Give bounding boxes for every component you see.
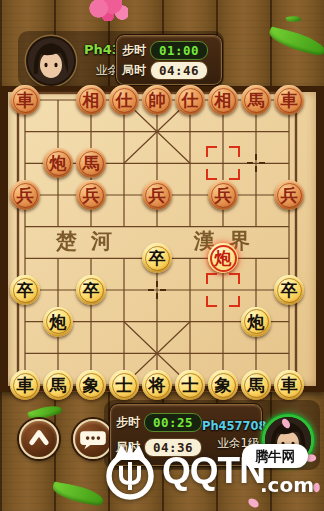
pieces-layer[interactable]: 車相仕帥仕相馬車炮馬兵兵兵兵兵炮卒卒卒卒炮炮車馬象士将士象馬車 xyxy=(0,86,324,392)
piece-black[interactable]: 卒 xyxy=(142,243,172,273)
piece-red[interactable]: 炮 xyxy=(43,148,73,178)
piece-red[interactable]: 兵 xyxy=(208,180,238,210)
total-time-label: 局时 xyxy=(122,62,146,79)
opponent-timer-panel: 步时 01:00 局时 04:46 xyxy=(116,35,222,85)
piece-black[interactable]: 炮 xyxy=(241,307,271,337)
piece-black[interactable]: 象 xyxy=(76,370,106,400)
watermark: QQTN .com 腾牛网 xyxy=(100,440,324,510)
chevron-up-icon xyxy=(21,421,57,457)
opponent-avatar[interactable] xyxy=(26,36,76,86)
bracket-marker xyxy=(206,273,240,307)
piece-red[interactable]: 相 xyxy=(208,85,238,115)
opponent-move-time: 01:00 xyxy=(150,41,208,60)
piece-red[interactable]: 車 xyxy=(274,85,304,115)
piece-red[interactable]: 炮 xyxy=(208,243,238,273)
player-move-time: 00:25 xyxy=(144,413,202,432)
piece-black[interactable]: 象 xyxy=(208,370,238,400)
watermark-brand-suffix: .com xyxy=(260,473,314,497)
piece-red[interactable]: 兵 xyxy=(142,180,172,210)
piece-black[interactable]: 士 xyxy=(175,370,205,400)
piece-red[interactable]: 兵 xyxy=(274,180,304,210)
piece-red[interactable]: 相 xyxy=(76,85,106,115)
avatar-face-image xyxy=(28,38,74,84)
move-time-label: 步时 xyxy=(116,414,140,431)
piece-black[interactable]: 車 xyxy=(274,370,304,400)
piece-black[interactable]: 卒 xyxy=(10,275,40,305)
piece-red[interactable]: 兵 xyxy=(10,180,40,210)
expand-menu-button[interactable] xyxy=(19,419,59,459)
piece-black[interactable]: 卒 xyxy=(274,275,304,305)
piece-black[interactable]: 士 xyxy=(109,370,139,400)
piece-black[interactable]: 将 xyxy=(142,370,172,400)
piece-red[interactable]: 馬 xyxy=(241,85,271,115)
piece-red[interactable]: 仕 xyxy=(175,85,205,115)
move-time-label: 步时 xyxy=(122,42,146,59)
piece-black[interactable]: 馬 xyxy=(43,370,73,400)
cross-marker xyxy=(247,154,265,172)
piece-red[interactable]: 仕 xyxy=(109,85,139,115)
piece-red[interactable]: 馬 xyxy=(76,148,106,178)
piece-red[interactable]: 帥 xyxy=(142,85,172,115)
cross-marker xyxy=(148,281,166,299)
piece-red[interactable]: 兵 xyxy=(76,180,106,210)
opponent-total-time: 04:46 xyxy=(150,61,208,80)
bracket-marker xyxy=(206,146,240,180)
piece-black[interactable]: 卒 xyxy=(76,275,106,305)
xiangqi-board[interactable]: 楚河 漢界 車相仕帥仕相馬車炮馬兵兵兵兵兵炮卒卒卒卒炮炮車馬象士将士象馬車 xyxy=(0,86,324,392)
flower-decoration xyxy=(86,0,128,21)
piece-black[interactable]: 馬 xyxy=(241,370,271,400)
watermark-bubble: 腾牛网 xyxy=(242,444,308,468)
qqtn-bull-logo-icon xyxy=(100,440,160,502)
piece-red[interactable]: 車 xyxy=(10,85,40,115)
piece-black[interactable]: 車 xyxy=(10,370,40,400)
piece-black[interactable]: 炮 xyxy=(43,307,73,337)
